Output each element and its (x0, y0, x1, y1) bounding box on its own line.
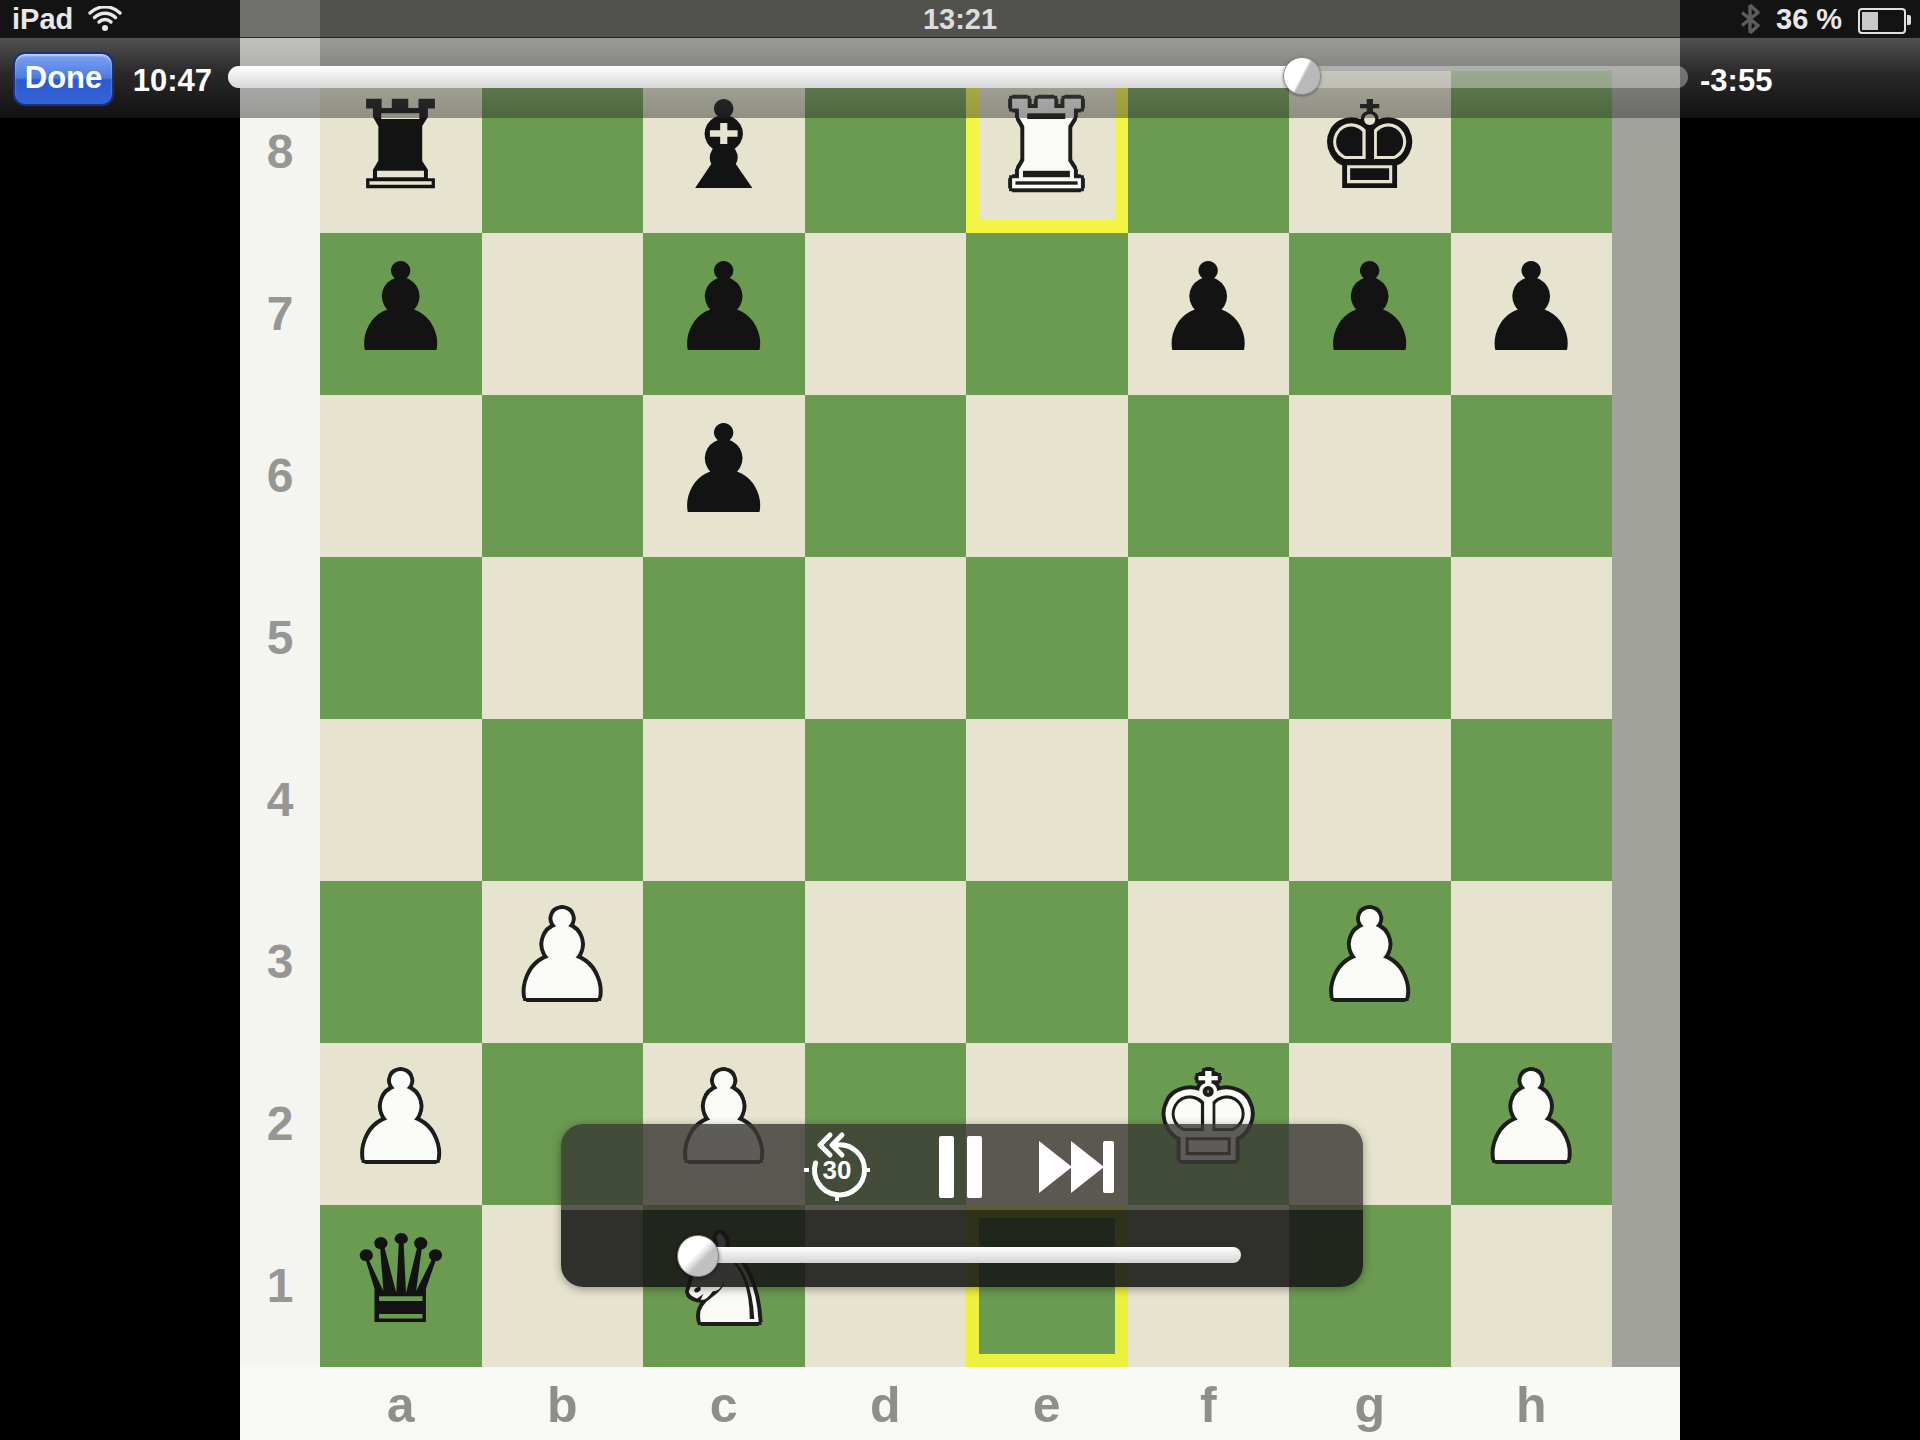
square-b7 (482, 233, 644, 395)
square-h3 (1451, 881, 1613, 1043)
black-pawn-h7: ♟ (1477, 247, 1586, 369)
file-label-h: h (1451, 1374, 1613, 1440)
rank-label-2: 2 (240, 1043, 320, 1205)
square-f3 (1128, 881, 1290, 1043)
square-e7 (966, 233, 1128, 395)
square-d4 (805, 719, 967, 881)
rank-label-3: 3 (240, 881, 320, 1043)
rank-label-7: 7 (240, 233, 320, 395)
rank-label-4: 4 (240, 719, 320, 881)
square-f7: ♟ (1128, 233, 1290, 395)
file-label-g: g (1289, 1374, 1451, 1440)
square-a1: ♛ (320, 1205, 482, 1367)
black-pawn-c6: ♟ (669, 409, 778, 531)
white-pawn-h2: ♟ (1477, 1057, 1586, 1179)
done-button[interactable]: Done (13, 52, 114, 106)
square-b6 (482, 395, 644, 557)
black-pawn-f7: ♟ (1154, 247, 1263, 369)
file-label-a: a (320, 1374, 482, 1440)
white-pawn-g3: ♟ (1315, 895, 1424, 1017)
square-b3: ♟ (482, 881, 644, 1043)
square-a5 (320, 557, 482, 719)
svg-text:30: 30 (823, 1155, 852, 1185)
square-h1 (1451, 1205, 1613, 1367)
square-c5 (643, 557, 805, 719)
bluetooth-icon (1738, 4, 1762, 41)
pause-button[interactable] (939, 1136, 983, 1198)
elapsed-time: 10:47 (128, 63, 212, 99)
video-player-screen: ♜♝♜♚♟♟♟♟♟♟♟♟♟♟♚♟♛♞ 87654321abcdefgh 30 (0, 0, 1920, 1440)
square-a6 (320, 395, 482, 557)
black-queen-a1: ♛ (346, 1219, 455, 1341)
playback-controls-overlay: 30 (561, 1124, 1363, 1287)
square-f4 (1128, 719, 1290, 881)
square-e5 (966, 557, 1128, 719)
square-h5 (1451, 557, 1613, 719)
scrubber-knob[interactable] (1283, 57, 1321, 95)
square-f6 (1128, 395, 1290, 557)
square-g7: ♟ (1289, 233, 1451, 395)
square-e6 (966, 395, 1128, 557)
square-a3 (320, 881, 482, 1043)
square-f5 (1128, 557, 1290, 719)
file-label-e: e (966, 1374, 1128, 1440)
black-pawn-a7: ♟ (346, 247, 455, 369)
square-g6 (1289, 395, 1451, 557)
remaining-time: -3:55 (1700, 63, 1772, 99)
scrubber-track-fill (228, 66, 1300, 88)
black-pawn-g7: ♟ (1315, 247, 1424, 369)
rewind-30-button[interactable]: 30 (799, 1129, 875, 1205)
square-c7: ♟ (643, 233, 805, 395)
black-pawn-c7: ♟ (669, 247, 778, 369)
square-h7: ♟ (1451, 233, 1613, 395)
square-h2: ♟ (1451, 1043, 1613, 1205)
skip-forward-icon (1039, 1139, 1117, 1195)
status-clock: 13:21 (0, 3, 1920, 36)
square-e3 (966, 881, 1128, 1043)
square-g4 (1289, 719, 1451, 881)
status-bar: iPad 13:21 36 % (0, 0, 1920, 38)
square-a4 (320, 719, 482, 881)
battery-fill (1862, 12, 1878, 30)
rank-label-1: 1 (240, 1205, 320, 1367)
rewind-30-icon: 30 (799, 1129, 875, 1205)
square-e4 (966, 719, 1128, 881)
skip-forward-button[interactable] (1039, 1139, 1117, 1195)
battery-icon (1858, 8, 1906, 34)
square-d6 (805, 395, 967, 557)
rank-label-6: 6 (240, 395, 320, 557)
pause-bar-left (939, 1136, 954, 1198)
file-label-f: f (1128, 1374, 1290, 1440)
file-label-b: b (482, 1374, 644, 1440)
square-g3: ♟ (1289, 881, 1451, 1043)
volume-slider-knob[interactable] (677, 1235, 719, 1277)
square-a2: ♟ (320, 1043, 482, 1205)
white-pawn-b3: ♟ (508, 895, 617, 1017)
file-label-c: c (643, 1374, 805, 1440)
square-h4 (1451, 719, 1613, 881)
battery-cap (1907, 15, 1911, 25)
square-b5 (482, 557, 644, 719)
rank-label-5: 5 (240, 557, 320, 719)
square-c4 (643, 719, 805, 881)
square-h6 (1451, 395, 1613, 557)
white-pawn-a2: ♟ (346, 1057, 455, 1179)
scrubber-bar: Done 10:47 -3:55 (0, 37, 1920, 118)
square-a7: ♟ (320, 233, 482, 395)
square-g5 (1289, 557, 1451, 719)
square-d7 (805, 233, 967, 395)
file-label-d: d (805, 1374, 967, 1440)
square-d5 (805, 557, 967, 719)
square-b4 (482, 719, 644, 881)
volume-slider-track[interactable] (700, 1247, 1241, 1263)
battery-percent: 36 % (1776, 3, 1842, 36)
square-c3 (643, 881, 805, 1043)
pause-bar-right (967, 1136, 982, 1198)
square-c6: ♟ (643, 395, 805, 557)
scrubber-track[interactable] (228, 66, 1688, 88)
square-d3 (805, 881, 967, 1043)
